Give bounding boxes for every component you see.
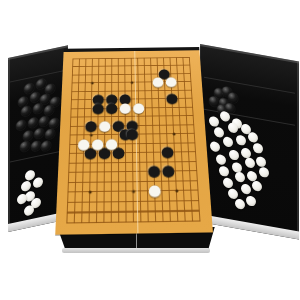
white-stone[interactable]: ● [132,101,145,115]
tray-white-stone [223,136,233,148]
white-stone[interactable]: ● [98,118,111,132]
black-stone[interactable]: ● [161,145,175,160]
tray-black-stone [30,91,40,103]
white-stone[interactable]: ● [148,183,162,199]
tray-black-stone [28,116,38,128]
tray-black-stone [21,106,31,118]
tray-black-stone [23,129,33,141]
tray-black-stone [40,93,50,105]
stand-base-strip [62,248,210,253]
tray-black-stone [39,116,49,128]
tray-black-stone [31,140,41,152]
tray-white-stone [236,134,246,146]
tray-black-stone [16,119,26,131]
tray-white-stone [216,154,226,166]
tray-white-stone [235,198,245,210]
white-stone[interactable]: ● [152,75,165,88]
star-point [172,133,175,136]
white-stone[interactable]: ● [119,101,132,115]
tray-white-stone [241,183,251,195]
tray-white-stone [209,115,219,127]
white-stone[interactable]: ● [105,136,118,151]
black-stone[interactable]: ● [84,119,97,133]
black-stone[interactable]: ● [161,163,175,178]
tray-white-stone [228,188,238,200]
white-stone[interactable]: ● [91,136,104,151]
black-stone[interactable]: ● [105,101,118,115]
tray-white-stone [256,156,266,168]
tray-white-stone [17,193,27,205]
black-stone[interactable]: ● [165,92,178,106]
tray-white-stone [214,127,224,139]
tray-black-stone [33,103,43,115]
tray-white-stone [253,143,263,155]
black-stone[interactable]: ● [126,127,139,141]
tray-divider [10,150,65,163]
tray-white-stone [24,204,34,216]
tray-white-stone [246,195,256,207]
tray-bottom-strip [200,214,299,239]
tray-white-stone [210,140,220,152]
black-stone[interactable]: ● [92,101,105,115]
tray-white-stone [245,157,255,169]
tray-white-stone [248,131,258,143]
right-stone-tray [200,44,299,239]
tray-white-stone [229,149,239,161]
tray-black-stone [34,127,44,139]
white-stone[interactable]: ● [77,137,90,152]
tray-white-stone [33,176,43,188]
tray-black-stone [45,128,55,140]
tray-white-stone [259,167,269,179]
tray-white-stone [252,180,262,192]
tray-white-stone [235,171,245,183]
white-stone[interactable]: ● [165,75,178,88]
go-board[interactable]: ●●●●●●●●●●●●●●●●●●●●●●●●●●● [55,47,213,235]
product-photo-go-set: ●●●●●●●●●●●●●●●●●●●●●●●●●●● [0,0,300,300]
star-point [130,81,133,84]
tray-black-stone [20,141,30,153]
black-stone[interactable]: ● [147,163,161,178]
star-point [175,189,178,192]
tray-black-stone [44,104,54,116]
tray-white-stone [219,165,229,177]
tray-black-stone [41,139,51,151]
tray-white-stone [223,177,233,189]
star-point [131,190,134,193]
board-wrap: ●●●●●●●●●●●●●●●●●●●●●●●●●●● [55,47,213,235]
tray-black-stone [49,117,59,129]
